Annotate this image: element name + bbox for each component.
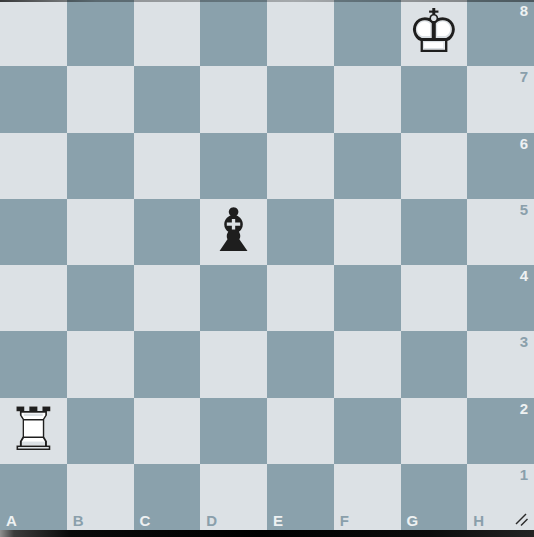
square-f5[interactable]	[334, 199, 401, 265]
black-bishop-fill: ♝	[200, 199, 267, 259]
square-d1[interactable]: D	[200, 464, 267, 530]
square-a3[interactable]	[0, 331, 67, 397]
square-d6[interactable]	[200, 133, 267, 199]
square-a2[interactable]: ♜♖	[0, 398, 67, 464]
square-h3[interactable]: 3	[467, 331, 534, 397]
square-f8[interactable]	[334, 0, 401, 66]
square-g5[interactable]	[401, 199, 468, 265]
square-h7[interactable]: 7	[467, 66, 534, 132]
square-c6[interactable]	[134, 133, 201, 199]
square-a1[interactable]: A	[0, 464, 67, 530]
square-d8[interactable]	[200, 0, 267, 66]
square-a6[interactable]	[0, 133, 67, 199]
square-g3[interactable]	[401, 331, 468, 397]
square-a7[interactable]	[0, 66, 67, 132]
white-rook-outline: ♖	[0, 398, 67, 458]
square-f4[interactable]	[334, 265, 401, 331]
square-f3[interactable]	[334, 331, 401, 397]
square-c2[interactable]	[134, 398, 201, 464]
file-label-d: D	[206, 513, 217, 528]
square-d4[interactable]	[200, 265, 267, 331]
square-f2[interactable]	[334, 398, 401, 464]
board-drop-shadow	[0, 530, 534, 537]
square-e7[interactable]	[267, 66, 334, 132]
square-c4[interactable]	[134, 265, 201, 331]
rank-label-1: 1	[520, 467, 528, 482]
square-h5[interactable]: 5	[467, 199, 534, 265]
piece-white-king[interactable]: ♚♔	[401, 0, 468, 66]
square-b3[interactable]	[67, 331, 134, 397]
square-g1[interactable]: G	[401, 464, 468, 530]
square-h4[interactable]: 4	[467, 265, 534, 331]
square-g8[interactable]: ♚♔	[401, 0, 468, 66]
square-c8[interactable]	[134, 0, 201, 66]
square-e2[interactable]	[267, 398, 334, 464]
square-g4[interactable]	[401, 265, 468, 331]
file-label-b: B	[73, 513, 84, 528]
square-c3[interactable]	[134, 331, 201, 397]
square-e5[interactable]	[267, 199, 334, 265]
rank-label-2: 2	[520, 401, 528, 416]
rank-label-7: 7	[520, 69, 528, 84]
square-e1[interactable]: E	[267, 464, 334, 530]
rank-label-8: 8	[520, 3, 528, 18]
square-a8[interactable]	[0, 0, 67, 66]
square-h8[interactable]: 8	[467, 0, 534, 66]
file-label-c: C	[140, 513, 151, 528]
square-a4[interactable]	[0, 265, 67, 331]
square-b6[interactable]	[67, 133, 134, 199]
square-b5[interactable]	[67, 199, 134, 265]
chess-board-widget: ♚♔876♝543♜♖2ABCDEFGH1	[0, 0, 534, 537]
square-d7[interactable]	[200, 66, 267, 132]
square-h6[interactable]: 6	[467, 133, 534, 199]
square-b8[interactable]	[67, 0, 134, 66]
square-g6[interactable]	[401, 133, 468, 199]
file-label-e: E	[273, 513, 283, 528]
square-f1[interactable]: F	[334, 464, 401, 530]
square-g2[interactable]	[401, 398, 468, 464]
square-h2[interactable]: 2	[467, 398, 534, 464]
square-b7[interactable]	[67, 66, 134, 132]
piece-black-bishop[interactable]: ♝	[200, 199, 267, 265]
square-b2[interactable]	[67, 398, 134, 464]
square-e3[interactable]	[267, 331, 334, 397]
white-king-outline: ♔	[401, 1, 468, 61]
square-b4[interactable]	[67, 265, 134, 331]
square-e4[interactable]	[267, 265, 334, 331]
rank-label-4: 4	[520, 268, 528, 283]
square-d5[interactable]: ♝	[200, 199, 267, 265]
file-label-f: F	[340, 513, 349, 528]
file-label-g: G	[407, 513, 419, 528]
rank-label-5: 5	[520, 202, 528, 217]
square-d2[interactable]	[200, 398, 267, 464]
square-c1[interactable]: C	[134, 464, 201, 530]
square-b1[interactable]: B	[67, 464, 134, 530]
square-a5[interactable]	[0, 199, 67, 265]
file-label-h: H	[473, 513, 484, 528]
square-f6[interactable]	[334, 133, 401, 199]
rank-label-3: 3	[520, 334, 528, 349]
piece-white-rook[interactable]: ♜♖	[0, 398, 67, 464]
square-f7[interactable]	[334, 66, 401, 132]
resize-handle-icon[interactable]	[514, 512, 530, 528]
square-e8[interactable]	[267, 0, 334, 66]
square-g7[interactable]	[401, 66, 468, 132]
square-c5[interactable]	[134, 199, 201, 265]
square-c7[interactable]	[134, 66, 201, 132]
square-e6[interactable]	[267, 133, 334, 199]
chess-board: ♚♔876♝543♜♖2ABCDEFGH1	[0, 0, 534, 530]
square-d3[interactable]	[200, 331, 267, 397]
file-label-a: A	[6, 513, 17, 528]
rank-label-6: 6	[520, 136, 528, 151]
